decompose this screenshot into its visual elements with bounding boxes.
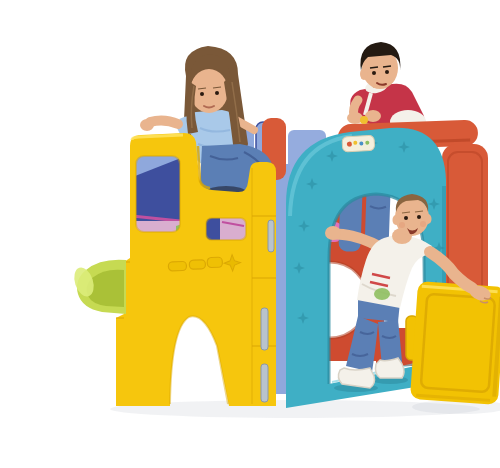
- girl-head: [190, 69, 228, 113]
- toddler-left-hand: [325, 226, 341, 240]
- girl-arm: [150, 120, 178, 124]
- girl-hand: [140, 119, 154, 131]
- toddler-sneaker-right: [376, 358, 405, 378]
- boy-ear: [360, 68, 368, 80]
- playset-illustration: [40, 16, 500, 468]
- playset-product-photo: Product photo on a white background: thr…: [40, 16, 500, 468]
- wrist-bead: [360, 116, 368, 124]
- toddler-sneaker-left: [338, 368, 374, 388]
- arch-logo-sticker: [342, 135, 375, 152]
